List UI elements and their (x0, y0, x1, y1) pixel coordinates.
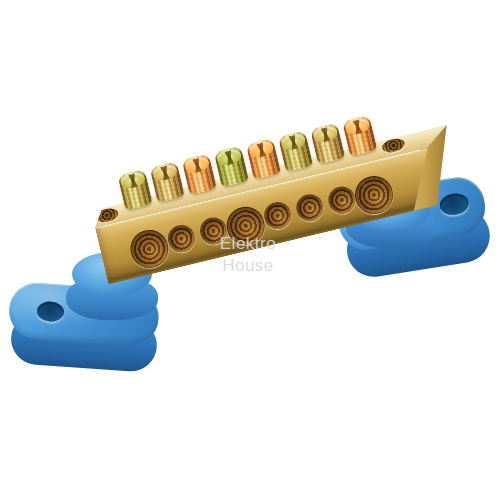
watermark: Elektro House (200, 233, 296, 277)
busbar-right-mount-hole (381, 137, 406, 155)
watermark-line-1: Elektro (200, 233, 296, 255)
watermark-line-2: House (200, 255, 296, 277)
busbar-left-mount-hole (94, 206, 119, 224)
wire-hole (293, 192, 326, 225)
wire-hole (325, 184, 358, 217)
wire-hole (126, 226, 172, 272)
wire-hole (261, 199, 294, 232)
wire-hole (351, 172, 397, 218)
wire-hole (165, 222, 198, 255)
product-photo: Elektro House (0, 0, 499, 500)
